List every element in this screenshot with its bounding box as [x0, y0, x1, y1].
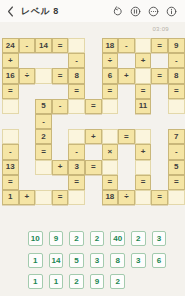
tray-tile-5[interactable]: 5 — [69, 253, 84, 268]
tray-tile-3[interactable]: 3 — [90, 253, 105, 268]
given-cell-r4c9: = — [135, 84, 152, 99]
back-chevron-icon — [6, 5, 15, 18]
empty-cell-r7c7[interactable] — [102, 129, 119, 144]
given-cell-r1c4: = — [52, 38, 69, 53]
given-cell-r1c8: - — [118, 38, 135, 53]
tray-tile-9[interactable]: 9 — [90, 274, 105, 289]
given-cell-r2c7: ÷ — [102, 53, 119, 68]
tray-tile-9[interactable]: 9 — [49, 231, 64, 246]
undo-icon[interactable] — [112, 6, 123, 17]
given-cell-r1c1: 24 — [2, 38, 19, 53]
given-cell-r3c7: 6 — [102, 68, 119, 83]
given-cell-r10c7: = — [102, 175, 119, 190]
page-title: レベル 8 — [21, 5, 59, 18]
tray-tile-2[interactable]: 2 — [69, 274, 84, 289]
empty-cell-r5c1[interactable] — [2, 99, 19, 114]
given-cell-r2c9: + — [135, 53, 152, 68]
empty-cell-r11c5[interactable] — [68, 190, 85, 205]
given-cell-r4c1: = — [2, 84, 19, 99]
empty-cell-r5c11[interactable] — [168, 99, 185, 114]
empty-cell-r11c3[interactable] — [35, 190, 52, 205]
given-cell-r7c3: 2 — [35, 129, 52, 144]
tray-row-3: 11292 — [28, 274, 166, 289]
tray-tile-6[interactable]: 6 — [152, 253, 167, 268]
given-cell-r3c10: = — [151, 68, 168, 83]
given-cell-r9c4: + — [52, 160, 69, 175]
given-cell-r9c6: = — [85, 160, 102, 175]
given-cell-r9c1: 13 — [2, 160, 19, 175]
given-cell-r8c3: = — [35, 144, 52, 159]
empty-cell-r11c11[interactable] — [168, 190, 185, 205]
number-tray: 1092240231145383611292 — [28, 231, 166, 296]
puzzle-board: 24-14=18-=9+-÷+-16÷=86+=8=====5-=11-2+=7… — [2, 38, 185, 205]
given-cell-r10c1: = — [2, 175, 19, 190]
empty-cell-r11c9[interactable] — [135, 190, 152, 205]
given-cell-r5c9: 11 — [135, 99, 152, 114]
given-cell-r3c4: = — [52, 68, 69, 83]
given-cell-r4c11: = — [168, 84, 185, 99]
empty-cell-r3c3[interactable] — [35, 68, 52, 83]
given-cell-r11c7: 18 — [102, 190, 119, 205]
empty-cell-r7c1[interactable] — [2, 129, 19, 144]
empty-cell-r9c9[interactable] — [135, 160, 152, 175]
given-cell-r7c8: = — [118, 129, 135, 144]
tray-tile-3[interactable]: 3 — [152, 231, 167, 246]
given-cell-r3c2: ÷ — [19, 68, 36, 83]
empty-cell-r9c7[interactable] — [102, 160, 119, 175]
given-cell-r2c11: - — [168, 53, 185, 68]
given-cell-r8c5: - — [68, 144, 85, 159]
given-cell-r11c10: = — [151, 190, 168, 205]
given-cell-r8c1: - — [2, 144, 19, 159]
given-cell-r7c6: + — [85, 129, 102, 144]
tray-tile-8[interactable]: 8 — [110, 253, 125, 268]
given-cell-r10c5: = — [68, 175, 85, 190]
given-cell-r8c9: + — [135, 144, 152, 159]
given-cell-r1c3: 14 — [35, 38, 52, 53]
empty-cell-r1c5[interactable] — [68, 38, 85, 53]
given-cell-r9c11: 5 — [168, 160, 185, 175]
header-bar: レベル 8 — [0, 0, 185, 22]
given-cell-r10c9: = — [135, 175, 152, 190]
given-cell-r3c11: 8 — [168, 68, 185, 83]
given-cell-r3c5: 8 — [68, 68, 85, 83]
empty-cell-r5c7[interactable] — [102, 99, 119, 114]
given-cell-r1c2: - — [19, 38, 36, 53]
empty-cell-r1c9[interactable] — [135, 38, 152, 53]
tray-row-2: 11453836 — [28, 253, 166, 268]
tray-tile-3[interactable]: 3 — [131, 253, 146, 268]
given-cell-r4c7: = — [102, 84, 119, 99]
tray-row-1: 109224023 — [28, 231, 166, 246]
info-icon[interactable] — [166, 6, 177, 17]
tray-tile-14[interactable]: 14 — [49, 253, 64, 268]
empty-cell-r7c5[interactable] — [68, 129, 85, 144]
pause-icon[interactable] — [130, 6, 141, 17]
empty-cell-r5c5[interactable] — [68, 99, 85, 114]
given-cell-r11c4: = — [52, 190, 69, 205]
back-button[interactable] — [6, 5, 15, 18]
tray-tile-1[interactable]: 1 — [49, 274, 64, 289]
given-cell-r1c7: 18 — [102, 38, 119, 53]
given-cell-r2c5: - — [68, 53, 85, 68]
given-cell-r11c8: ÷ — [118, 190, 135, 205]
tray-tile-10[interactable]: 10 — [28, 231, 43, 246]
given-cell-r7c11: 7 — [168, 129, 185, 144]
given-cell-r2c1: + — [2, 53, 19, 68]
given-cell-r11c1: 1 — [2, 190, 19, 205]
given-cell-r6c3: - — [35, 114, 52, 129]
given-cell-r8c7: × — [102, 144, 119, 159]
given-cell-r3c1: 16 — [2, 68, 19, 83]
empty-cell-r9c3[interactable] — [35, 160, 52, 175]
timer: 03:09 — [152, 26, 169, 32]
header-icons — [112, 0, 177, 22]
given-cell-r8c11: - — [168, 144, 185, 159]
tray-tile-2[interactable]: 2 — [131, 231, 146, 246]
tray-tile-40[interactable]: 40 — [110, 231, 125, 246]
given-cell-r3c8: + — [118, 68, 135, 83]
given-cell-r1c10: = — [151, 38, 168, 53]
tray-tile-2[interactable]: 2 — [90, 231, 105, 246]
given-cell-r5c4: - — [52, 99, 69, 114]
given-cell-r5c6: = — [85, 99, 102, 114]
given-cell-r11c2: + — [19, 190, 36, 205]
given-cell-r4c5: = — [68, 84, 85, 99]
given-cell-r10c11: = — [168, 175, 185, 190]
tray-tile-1[interactable]: 1 — [28, 274, 43, 289]
more-icon[interactable] — [148, 6, 159, 17]
given-cell-r5c3: 5 — [35, 99, 52, 114]
empty-cell-r7c9[interactable] — [135, 129, 152, 144]
given-cell-r9c5: 3 — [68, 160, 85, 175]
tray-tile-1[interactable]: 1 — [28, 253, 43, 268]
tray-tile-2[interactable]: 2 — [110, 274, 125, 289]
given-cell-r1c11: 9 — [168, 38, 185, 53]
empty-cell-r3c9[interactable] — [135, 68, 152, 83]
tray-tile-2[interactable]: 2 — [69, 231, 84, 246]
